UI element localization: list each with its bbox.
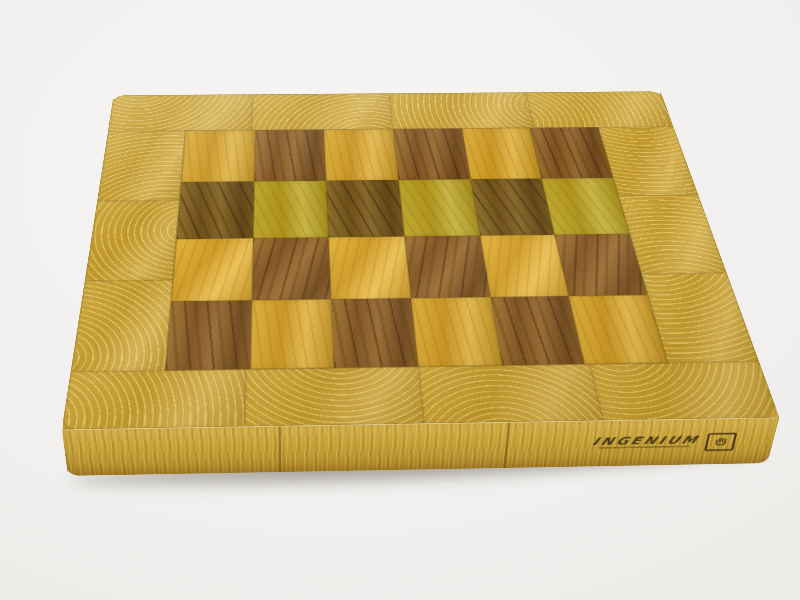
- oak-border-block: [85, 200, 180, 280]
- border-top: [108, 92, 673, 132]
- checker-cell-dark: [530, 127, 613, 178]
- oak-border-block: [589, 361, 779, 420]
- checker-cell-golden: [253, 181, 329, 238]
- border-right: [598, 127, 759, 363]
- checker-cell-dark: [393, 128, 470, 180]
- cutting-board: INGENIUM · · · · · ·: [62, 92, 779, 430]
- checker-cell-golden: [462, 128, 542, 179]
- oak-border-block: [641, 273, 759, 363]
- checker-cell-dark: [404, 235, 490, 298]
- photo-background: INGENIUM · · · · · ·: [0, 0, 800, 600]
- checker-cell-golden: [171, 238, 253, 301]
- brand-name: INGENIUM: [591, 434, 702, 446]
- checker-cell-dark: [555, 234, 648, 296]
- oak-border-block: [525, 92, 673, 128]
- checker-cell-dark: [252, 237, 332, 300]
- camera-tilt: INGENIUM · · · · · ·: [0, 0, 800, 600]
- checker-grid: [165, 127, 667, 370]
- oak-border-block: [389, 93, 533, 130]
- checker-cell-dark: [177, 181, 254, 238]
- checker-cell-golden: [411, 297, 502, 367]
- oak-border-block: [251, 94, 393, 131]
- oak-border-block: [418, 364, 602, 423]
- oak-border-block: [71, 280, 173, 372]
- checker-cell-golden: [250, 299, 334, 369]
- checker-cell-dark: [165, 300, 251, 370]
- brand-text-block: INGENIUM · · · · · ·: [591, 434, 700, 453]
- oak-border-block: [618, 195, 726, 274]
- checker-cell-dark: [254, 130, 326, 182]
- brand-hand-logo-icon: [704, 433, 737, 451]
- checker-cell-golden: [398, 179, 479, 236]
- board-top-surface: [62, 92, 779, 430]
- checker-cell-dark: [490, 296, 585, 365]
- brand-tagline: · · · · · ·: [598, 446, 690, 453]
- checker-cell-golden: [181, 130, 255, 182]
- brand-stamp: INGENIUM · · · · · ·: [591, 433, 738, 453]
- perspective-scene: INGENIUM · · · · · ·: [0, 0, 800, 600]
- oak-border-block: [97, 131, 185, 202]
- checker-cell-dark: [331, 298, 418, 368]
- oak-border-block: [62, 369, 246, 429]
- checker-cell-golden: [329, 236, 411, 299]
- border-left: [71, 131, 186, 372]
- oak-border-block: [244, 367, 424, 427]
- checker-cell-golden: [480, 234, 569, 297]
- oak-border-block: [108, 95, 252, 132]
- checker-cell-golden: [569, 295, 668, 364]
- checker-cell-golden: [324, 129, 398, 181]
- checker-cell-dark: [326, 180, 404, 237]
- checker-cell-dark: [470, 179, 554, 236]
